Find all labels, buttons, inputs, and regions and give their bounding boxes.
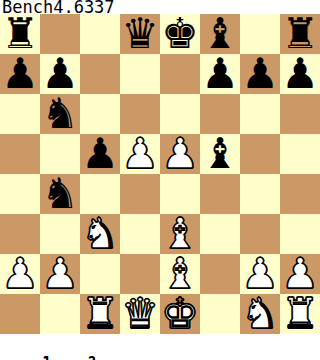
square-f6[interactable]	[200, 94, 240, 134]
white-pawn-h2[interactable]: ♟	[281, 254, 319, 294]
square-a4[interactable]	[0, 174, 40, 214]
black-pawn-f7[interactable]: ♟	[201, 54, 239, 94]
square-g4[interactable]	[240, 174, 280, 214]
square-g6[interactable]	[240, 94, 280, 134]
square-b7[interactable]: ♟	[40, 54, 80, 94]
square-b3[interactable]	[40, 214, 80, 254]
square-g5[interactable]	[240, 134, 280, 174]
square-e4[interactable]	[160, 174, 200, 214]
square-h7[interactable]: ♟	[280, 54, 320, 94]
square-c4[interactable]	[80, 174, 120, 214]
black-pawn-h7[interactable]: ♟	[281, 54, 319, 94]
black-pawn-b7[interactable]: ♟	[41, 54, 79, 94]
square-h3[interactable]	[280, 214, 320, 254]
white-pawn-a2[interactable]: ♟	[1, 254, 39, 294]
square-a6[interactable]	[0, 94, 40, 134]
square-c6[interactable]	[80, 94, 120, 134]
square-h8[interactable]: ♜	[280, 14, 320, 54]
square-h5[interactable]	[280, 134, 320, 174]
white-bishop-e3[interactable]: ♝	[161, 214, 199, 254]
status-bar: 1... ?	[0, 334, 320, 360]
white-king-e1[interactable]: ♚	[161, 294, 199, 334]
square-d4[interactable]	[120, 174, 160, 214]
black-rook-h8[interactable]: ♜	[281, 14, 319, 54]
square-d8[interactable]: ♛	[120, 14, 160, 54]
square-d6[interactable]	[120, 94, 160, 134]
black-knight-b6[interactable]: ♞	[41, 94, 79, 134]
square-d7[interactable]	[120, 54, 160, 94]
black-pawn-g7[interactable]: ♟	[241, 54, 279, 94]
white-queen-d1[interactable]: ♛	[121, 294, 159, 334]
white-bishop-e2[interactable]: ♝	[161, 254, 199, 294]
square-e6[interactable]	[160, 94, 200, 134]
black-rook-a8[interactable]: ♜	[1, 14, 39, 54]
black-pawn-a7[interactable]: ♟	[1, 54, 39, 94]
square-e8[interactable]: ♚	[160, 14, 200, 54]
white-pawn-g2[interactable]: ♟	[241, 254, 279, 294]
square-g1[interactable]: ♞	[240, 294, 280, 334]
white-rook-h1[interactable]: ♜	[281, 294, 319, 334]
square-b6[interactable]: ♞	[40, 94, 80, 134]
square-a1[interactable]	[0, 294, 40, 334]
square-a7[interactable]: ♟	[0, 54, 40, 94]
square-f4[interactable]	[200, 174, 240, 214]
square-e1[interactable]: ♚	[160, 294, 200, 334]
square-b4[interactable]: ♞	[40, 174, 80, 214]
square-h6[interactable]	[280, 94, 320, 134]
square-f2[interactable]	[200, 254, 240, 294]
square-h1[interactable]: ♜	[280, 294, 320, 334]
square-c8[interactable]	[80, 14, 120, 54]
square-a5[interactable]	[0, 134, 40, 174]
square-e3[interactable]: ♝	[160, 214, 200, 254]
chess-app: Bench4.6337 ♜♛♚♝♜♟♟♟♟♟♞♟♟♟♝♞♞♝♟♟♝♟♟♜♛♚♞♜…	[0, 0, 320, 360]
black-queen-d8[interactable]: ♛	[121, 14, 159, 54]
square-d5[interactable]: ♟	[120, 134, 160, 174]
square-d2[interactable]	[120, 254, 160, 294]
square-b2[interactable]: ♟	[40, 254, 80, 294]
square-e7[interactable]	[160, 54, 200, 94]
square-c7[interactable]	[80, 54, 120, 94]
square-g8[interactable]	[240, 14, 280, 54]
square-f3[interactable]	[200, 214, 240, 254]
square-f7[interactable]: ♟	[200, 54, 240, 94]
square-g2[interactable]: ♟	[240, 254, 280, 294]
square-c2[interactable]	[80, 254, 120, 294]
square-d3[interactable]	[120, 214, 160, 254]
square-c3[interactable]: ♞	[80, 214, 120, 254]
square-f1[interactable]	[200, 294, 240, 334]
white-rook-c1[interactable]: ♜	[81, 294, 119, 334]
square-g7[interactable]: ♟	[240, 54, 280, 94]
chess-board: ♜♛♚♝♜♟♟♟♟♟♞♟♟♟♝♞♞♝♟♟♝♟♟♜♛♚♞♜	[0, 14, 320, 334]
square-h4[interactable]	[280, 174, 320, 214]
black-bishop-f8[interactable]: ♝	[201, 14, 239, 54]
square-b8[interactable]	[40, 14, 80, 54]
black-pawn-c5[interactable]: ♟	[81, 134, 119, 174]
square-e2[interactable]: ♝	[160, 254, 200, 294]
square-e5[interactable]: ♟	[160, 134, 200, 174]
square-b5[interactable]	[40, 134, 80, 174]
square-a3[interactable]	[0, 214, 40, 254]
square-b1[interactable]	[40, 294, 80, 334]
square-f8[interactable]: ♝	[200, 14, 240, 54]
white-pawn-e5[interactable]: ♟	[161, 134, 199, 174]
square-g3[interactable]	[240, 214, 280, 254]
square-d1[interactable]: ♛	[120, 294, 160, 334]
square-c5[interactable]: ♟	[80, 134, 120, 174]
square-c1[interactable]: ♜	[80, 294, 120, 334]
white-knight-c3[interactable]: ♞	[81, 214, 119, 254]
white-pawn-b2[interactable]: ♟	[41, 254, 79, 294]
black-knight-b4[interactable]: ♞	[41, 174, 79, 214]
white-knight-g1[interactable]: ♞	[241, 294, 279, 334]
black-king-e8[interactable]: ♚	[161, 14, 199, 54]
square-a8[interactable]: ♜	[0, 14, 40, 54]
square-f5[interactable]: ♝	[200, 134, 240, 174]
window-title: Bench4.6337	[0, 0, 320, 14]
square-h2[interactable]: ♟	[280, 254, 320, 294]
black-bishop-f5[interactable]: ♝	[201, 134, 239, 174]
move-prompt: 1... ?	[42, 354, 96, 360]
square-a2[interactable]: ♟	[0, 254, 40, 294]
white-pawn-d5[interactable]: ♟	[121, 134, 159, 174]
